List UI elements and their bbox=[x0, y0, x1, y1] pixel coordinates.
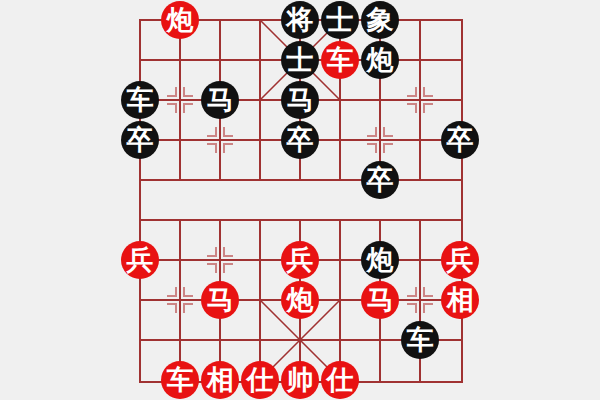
piece-black-advisor[interactable]: 士 bbox=[321, 1, 359, 39]
piece-black-elephant[interactable]: 象 bbox=[361, 1, 399, 39]
piece-red-pawn[interactable]: 兵 bbox=[441, 241, 479, 279]
point-marker bbox=[167, 87, 193, 113]
piece-black-advisor[interactable]: 士 bbox=[281, 41, 319, 79]
point-marker-corner bbox=[383, 143, 393, 153]
piece-black-pawn[interactable]: 卒 bbox=[121, 121, 159, 159]
grid-cell bbox=[421, 181, 461, 221]
point-marker-corner bbox=[383, 127, 393, 137]
grid-cell bbox=[221, 21, 261, 61]
xiangqi-app: 炮将士象士车炮车马马卒卒卒卒兵兵炮兵马炮马相车车相仕帅仕 bbox=[0, 0, 600, 400]
point-marker-corner bbox=[167, 303, 177, 313]
point-marker-corner bbox=[183, 303, 193, 313]
point-marker bbox=[207, 247, 233, 273]
point-marker-corner bbox=[183, 87, 193, 97]
piece-red-chariot[interactable]: 车 bbox=[321, 41, 359, 79]
point-marker-corner bbox=[407, 103, 417, 113]
piece-red-horse[interactable]: 马 bbox=[361, 281, 399, 319]
piece-black-general[interactable]: 将 bbox=[281, 1, 319, 39]
piece-black-pawn[interactable]: 卒 bbox=[361, 161, 399, 199]
piece-red-elephant[interactable]: 相 bbox=[441, 281, 479, 319]
point-marker-corner bbox=[207, 143, 217, 153]
point-marker-corner bbox=[223, 247, 233, 257]
point-marker-corner bbox=[407, 87, 417, 97]
point-marker-corner bbox=[367, 143, 377, 153]
point-marker-corner bbox=[223, 263, 233, 273]
piece-red-general[interactable]: 帅 bbox=[281, 361, 319, 399]
piece-red-cannon[interactable]: 炮 bbox=[161, 1, 199, 39]
point-marker-corner bbox=[223, 143, 233, 153]
point-marker-corner bbox=[423, 103, 433, 113]
grid-cell bbox=[141, 181, 181, 221]
piece-black-pawn[interactable]: 卒 bbox=[281, 121, 319, 159]
piece-red-elephant[interactable]: 相 bbox=[201, 361, 239, 399]
point-marker-corner bbox=[167, 103, 177, 113]
point-marker-corner bbox=[183, 103, 193, 113]
point-marker-corner bbox=[423, 287, 433, 297]
grid-cell bbox=[301, 181, 341, 221]
piece-red-advisor[interactable]: 仕 bbox=[241, 361, 279, 399]
grid-cell bbox=[181, 181, 221, 221]
point-marker-corner bbox=[207, 247, 217, 257]
point-marker bbox=[207, 127, 233, 153]
point-marker-corner bbox=[423, 303, 433, 313]
grid-cell bbox=[221, 181, 261, 221]
piece-red-advisor[interactable]: 仕 bbox=[321, 361, 359, 399]
piece-red-horse[interactable]: 马 bbox=[201, 281, 239, 319]
point-marker-corner bbox=[207, 263, 217, 273]
piece-black-pawn[interactable]: 卒 bbox=[441, 121, 479, 159]
piece-black-horse[interactable]: 马 bbox=[281, 81, 319, 119]
piece-black-horse[interactable]: 马 bbox=[201, 81, 239, 119]
point-marker-corner bbox=[407, 303, 417, 313]
grid-cell bbox=[421, 21, 461, 61]
piece-black-cannon[interactable]: 炮 bbox=[361, 41, 399, 79]
piece-red-cannon[interactable]: 炮 bbox=[281, 281, 319, 319]
point-marker-corner bbox=[167, 287, 177, 297]
point-marker bbox=[367, 127, 393, 153]
point-marker-corner bbox=[423, 87, 433, 97]
piece-black-chariot[interactable]: 车 bbox=[121, 81, 159, 119]
point-marker-corner bbox=[183, 287, 193, 297]
point-marker-corner bbox=[167, 87, 177, 97]
point-marker bbox=[407, 287, 433, 313]
point-marker bbox=[407, 87, 433, 113]
point-marker-corner bbox=[367, 127, 377, 137]
piece-red-pawn[interactable]: 兵 bbox=[281, 241, 319, 279]
point-marker-corner bbox=[407, 287, 417, 297]
point-marker-corner bbox=[207, 127, 217, 137]
piece-black-chariot[interactable]: 车 bbox=[401, 321, 439, 359]
piece-black-cannon[interactable]: 炮 bbox=[361, 241, 399, 279]
grid-cell bbox=[261, 181, 301, 221]
point-marker bbox=[167, 287, 193, 313]
piece-red-chariot[interactable]: 车 bbox=[161, 361, 199, 399]
piece-red-pawn[interactable]: 兵 bbox=[121, 241, 159, 279]
point-marker-corner bbox=[223, 127, 233, 137]
